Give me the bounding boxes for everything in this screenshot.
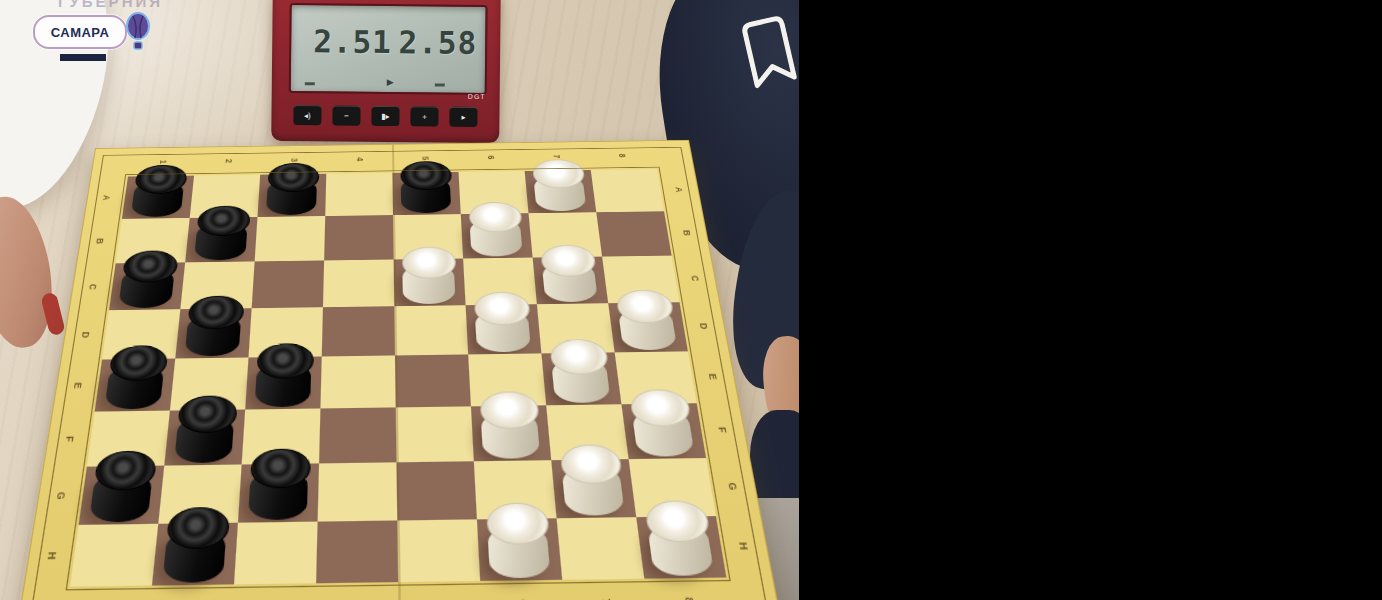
black-piece-H2	[162, 507, 228, 583]
square-C1	[109, 262, 185, 310]
square-C7	[533, 257, 609, 305]
bottom-coord-label: 7	[562, 579, 650, 600]
video-frame: ГУБЕРНИЯ САМАРА 2.51 2.58 ▶ DGT ◂)−▮▸＋▸ …	[0, 0, 799, 600]
white-piece-G7	[559, 444, 625, 516]
top-coord-label: 8	[587, 141, 657, 170]
turn-indicator-arrow: ▶	[387, 77, 394, 87]
square-H1	[70, 524, 158, 587]
square-A4	[325, 173, 393, 216]
black-piece-E1	[104, 345, 166, 409]
region-text: ГУБЕРНИЯ	[58, 0, 163, 10]
white-piece-F6	[479, 391, 540, 459]
square-H3	[234, 522, 318, 585]
left-coord-label: C	[70, 263, 116, 310]
lcd-tick	[435, 84, 445, 87]
bottom-coord-label: 3	[231, 583, 316, 600]
white-piece-H8	[644, 500, 715, 576]
black-piece-G1	[89, 451, 155, 523]
square-C4	[323, 259, 394, 307]
right-coord-label: B	[664, 211, 710, 256]
square-H6	[477, 518, 562, 581]
bottom-coord-label: 6	[480, 580, 566, 600]
square-A7	[525, 170, 597, 213]
left-coord-label: A	[84, 177, 128, 220]
play-pause-button: ▮▸	[371, 106, 399, 126]
square-B2	[185, 217, 257, 262]
square-F5	[396, 406, 474, 462]
square-H7	[557, 517, 645, 580]
white-piece-E7	[549, 339, 611, 403]
square-H4	[316, 520, 398, 583]
square-D8	[608, 302, 688, 352]
white-piece-D8	[615, 290, 677, 351]
black-piece-C1	[118, 250, 177, 308]
black-piece-E3	[255, 343, 312, 407]
square-D4	[322, 306, 395, 356]
square-F6	[471, 405, 551, 461]
square-F4	[319, 407, 396, 463]
square-A1	[122, 176, 194, 219]
hot-air-balloon-icon	[125, 12, 151, 54]
square-B3	[255, 216, 326, 261]
square-C5	[394, 259, 466, 307]
black-piece-D2	[184, 296, 242, 357]
square-H8	[636, 516, 726, 579]
square-B8	[596, 211, 671, 256]
right-player-time: 2.58	[398, 24, 477, 61]
plus-button: ＋	[410, 106, 438, 126]
square-E3	[245, 356, 322, 409]
square-D6	[466, 304, 542, 354]
right-coord-label: D	[680, 302, 729, 352]
square-E1	[95, 359, 176, 412]
samara-badge: САМАРА	[33, 15, 127, 49]
white-piece-C7	[540, 245, 598, 303]
square-B4	[324, 215, 393, 260]
square-G4	[318, 462, 398, 521]
clock-button-row: ◂)−▮▸＋▸	[293, 105, 477, 127]
lcd-tick	[305, 82, 315, 85]
top-coord-label: 2	[194, 147, 262, 176]
logo-underline-bar	[60, 54, 106, 61]
square-A8	[591, 169, 664, 212]
samara-badge-label: САМАРА	[51, 25, 110, 40]
white-piece-A7	[532, 159, 587, 211]
checkers-board: 12345678AABBCCDDEEFFGGHH12345678	[16, 140, 782, 600]
white-piece-B6	[468, 202, 522, 257]
dgt-chess-clock: 2.51 2.58 ▶ DGT ◂)−▮▸＋▸	[271, 0, 501, 143]
square-G7	[551, 459, 636, 518]
right-coord-label: A	[657, 169, 702, 212]
square-A3	[257, 174, 326, 217]
white-piece-C5	[402, 246, 456, 304]
black-piece-G3	[248, 448, 309, 520]
black-piece-A3	[266, 163, 318, 215]
board-grid: 12345678AABBCCDDEEFFGGHH12345678	[17, 141, 780, 600]
bottom-coord-label: 5	[398, 581, 482, 600]
square-G5	[396, 461, 476, 520]
black-piece-A1	[131, 165, 187, 217]
white-piece-H6	[486, 502, 551, 578]
square-G3	[238, 463, 319, 522]
right-coord-label: C	[672, 255, 719, 302]
clock-brand-label: DGT	[468, 93, 486, 100]
clock-lcd-screen: 2.51 2.58 ▶	[289, 3, 488, 95]
black-piece-F2	[174, 395, 236, 463]
bottom-coord-label: 8	[644, 578, 734, 600]
minus-button: −	[332, 105, 360, 125]
square-F8	[621, 403, 706, 459]
bottom-coord-label: 4	[315, 582, 399, 600]
square-D2	[175, 308, 251, 358]
white-piece-F8	[629, 389, 695, 457]
left-coord-label: B	[77, 219, 122, 264]
next-button: ▸	[449, 107, 477, 127]
square-H5	[397, 519, 480, 582]
square-H2	[152, 523, 238, 586]
top-coord-label: 4	[326, 145, 392, 174]
black-piece-A5	[400, 161, 451, 213]
white-piece-D6	[474, 292, 531, 353]
square-E4	[320, 355, 395, 408]
square-F2	[164, 410, 245, 466]
black-piece-B2	[194, 206, 249, 261]
sound-button: ◂)	[293, 105, 321, 125]
bottom-coord-label: 1	[64, 586, 152, 600]
square-G1	[79, 466, 165, 525]
left-player-time: 2.51	[313, 23, 392, 60]
bottom-coord-label: 2	[147, 584, 234, 600]
top-coord-label: 6	[457, 143, 525, 172]
square-B6	[461, 213, 533, 258]
square-E7	[541, 352, 621, 405]
square-D5	[394, 305, 468, 355]
square-C3	[252, 260, 324, 308]
square-E5	[395, 354, 471, 407]
square-A5	[392, 172, 460, 215]
